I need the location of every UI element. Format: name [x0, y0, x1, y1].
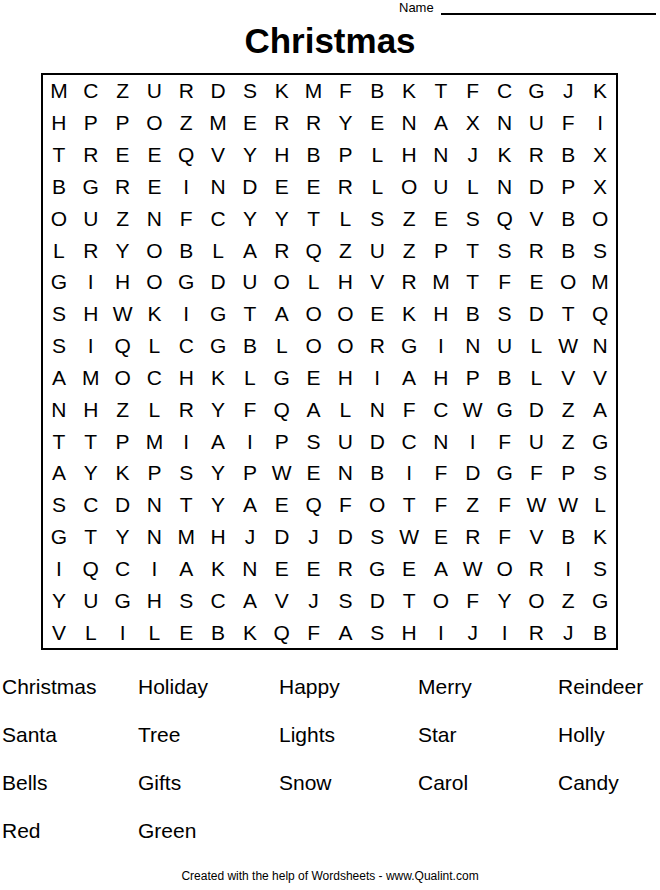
grid-cell-r2c14[interactable]: X	[457, 107, 489, 139]
grid-cell-r5c18[interactable]: O	[584, 202, 616, 234]
grid-cell-r15c4[interactable]: N	[139, 521, 171, 553]
grid-cell-r9c9[interactable]: O	[298, 330, 330, 362]
grid-cell-r17c18[interactable]: G	[584, 584, 616, 616]
grid-cell-r6c15[interactable]: S	[489, 234, 521, 266]
grid-cell-r10c6[interactable]: K	[202, 362, 234, 394]
grid-cell-r13c3[interactable]: K	[107, 457, 139, 489]
grid-cell-r16c2[interactable]: Q	[75, 553, 107, 585]
grid-cell-r2c1[interactable]: H	[43, 107, 75, 139]
grid-cell-r11c13[interactable]: C	[425, 393, 457, 425]
grid-cell-r6c10[interactable]: Z	[330, 234, 362, 266]
grid-cell-r7c12[interactable]: R	[393, 266, 425, 298]
grid-cell-r15c17[interactable]: B	[552, 521, 584, 553]
grid-cell-r2c18[interactable]: I	[584, 107, 616, 139]
grid-cell-r3c11[interactable]: L	[361, 139, 393, 171]
grid-cell-r3c12[interactable]: H	[393, 139, 425, 171]
grid-cell-r6c17[interactable]: B	[552, 234, 584, 266]
grid-cell-r6c1[interactable]: L	[43, 234, 75, 266]
grid-cell-r16c1[interactable]: I	[43, 553, 75, 585]
grid-cell-r12c9[interactable]: S	[298, 425, 330, 457]
grid-cell-r7c15[interactable]: F	[489, 266, 521, 298]
grid-cell-r13c6[interactable]: Y	[202, 457, 234, 489]
grid-cell-r14c11[interactable]: O	[361, 489, 393, 521]
grid-cell-r16c15[interactable]: O	[489, 553, 521, 585]
grid-cell-r12c4[interactable]: M	[139, 425, 171, 457]
grid-cell-r4c2[interactable]: G	[75, 171, 107, 203]
grid-cell-r10c13[interactable]: H	[425, 362, 457, 394]
grid-cell-r3c2[interactable]: R	[75, 139, 107, 171]
grid-cell-r17c17[interactable]: Z	[552, 584, 584, 616]
grid-cell-r4c14[interactable]: L	[457, 171, 489, 203]
grid-cell-r17c5[interactable]: S	[170, 584, 202, 616]
grid-cell-r7c5[interactable]: G	[170, 266, 202, 298]
grid-cell-r9c18[interactable]: N	[584, 330, 616, 362]
grid-cell-r17c2[interactable]: U	[75, 584, 107, 616]
grid-cell-r6c2[interactable]: R	[75, 234, 107, 266]
grid-cell-r15c7[interactable]: J	[234, 521, 266, 553]
grid-cell-r16c4[interactable]: I	[139, 553, 171, 585]
grid-cell-r4c18[interactable]: X	[584, 171, 616, 203]
grid-cell-r12c6[interactable]: A	[202, 425, 234, 457]
grid-cell-r2c11[interactable]: E	[361, 107, 393, 139]
grid-cell-r1c6[interactable]: D	[202, 75, 234, 107]
grid-cell-r12c2[interactable]: T	[75, 425, 107, 457]
name-fill-line[interactable]	[441, 1, 656, 15]
grid-cell-r14c18[interactable]: L	[584, 489, 616, 521]
grid-cell-r6c13[interactable]: P	[425, 234, 457, 266]
grid-cell-r12c1[interactable]: T	[43, 425, 75, 457]
grid-cell-r15c14[interactable]: R	[457, 521, 489, 553]
grid-cell-r10c18[interactable]: V	[584, 362, 616, 394]
grid-cell-r13c1[interactable]: A	[43, 457, 75, 489]
grid-cell-r18c5[interactable]: E	[170, 616, 202, 648]
grid-cell-r11c2[interactable]: H	[75, 393, 107, 425]
grid-cell-r12c3[interactable]: P	[107, 425, 139, 457]
grid-cell-r5c11[interactable]: S	[361, 202, 393, 234]
grid-cell-r7c11[interactable]: V	[361, 266, 393, 298]
grid-cell-r3c10[interactable]: P	[330, 139, 362, 171]
grid-cell-r13c12[interactable]: I	[393, 457, 425, 489]
grid-cell-r11c4[interactable]: L	[139, 393, 171, 425]
grid-cell-r1c2[interactable]: C	[75, 75, 107, 107]
grid-cell-r14c7[interactable]: A	[234, 489, 266, 521]
grid-cell-r5c10[interactable]: L	[330, 202, 362, 234]
grid-cell-r2c7[interactable]: E	[234, 107, 266, 139]
grid-cell-r13c7[interactable]: P	[234, 457, 266, 489]
grid-cell-r17c11[interactable]: D	[361, 584, 393, 616]
grid-cell-r4c7[interactable]: D	[234, 171, 266, 203]
grid-cell-r7c9[interactable]: L	[298, 266, 330, 298]
grid-cell-r2c17[interactable]: F	[552, 107, 584, 139]
grid-cell-r5c4[interactable]: N	[139, 202, 171, 234]
grid-cell-r8c4[interactable]: K	[139, 298, 171, 330]
grid-cell-r4c5[interactable]: I	[170, 171, 202, 203]
grid-cell-r10c9[interactable]: E	[298, 362, 330, 394]
grid-cell-r4c15[interactable]: N	[489, 171, 521, 203]
grid-cell-r18c11[interactable]: S	[361, 616, 393, 648]
grid-cell-r16c16[interactable]: R	[521, 553, 553, 585]
grid-cell-r17c12[interactable]: T	[393, 584, 425, 616]
grid-cell-r17c6[interactable]: C	[202, 584, 234, 616]
grid-cell-r4c17[interactable]: P	[552, 171, 584, 203]
grid-cell-r13c8[interactable]: W	[266, 457, 298, 489]
grid-cell-r15c6[interactable]: H	[202, 521, 234, 553]
grid-cell-r15c12[interactable]: W	[393, 521, 425, 553]
grid-cell-r11c10[interactable]: L	[330, 393, 362, 425]
grid-cell-r15c13[interactable]: E	[425, 521, 457, 553]
grid-cell-r6c3[interactable]: Y	[107, 234, 139, 266]
grid-cell-r9c4[interactable]: L	[139, 330, 171, 362]
grid-cell-r12c18[interactable]: G	[584, 425, 616, 457]
grid-cell-r15c9[interactable]: J	[298, 521, 330, 553]
grid-cell-r4c16[interactable]: D	[521, 171, 553, 203]
grid-cell-r9c14[interactable]: N	[457, 330, 489, 362]
grid-cell-r6c8[interactable]: R	[266, 234, 298, 266]
grid-cell-r2c12[interactable]: N	[393, 107, 425, 139]
grid-cell-r3c7[interactable]: Y	[234, 139, 266, 171]
grid-cell-r18c15[interactable]: I	[489, 616, 521, 648]
grid-cell-r12c12[interactable]: C	[393, 425, 425, 457]
grid-cell-r10c3[interactable]: O	[107, 362, 139, 394]
grid-cell-r18c6[interactable]: B	[202, 616, 234, 648]
grid-cell-r1c8[interactable]: K	[266, 75, 298, 107]
grid-cell-r11c17[interactable]: Z	[552, 393, 584, 425]
grid-cell-r7c2[interactable]: I	[75, 266, 107, 298]
grid-cell-r18c14[interactable]: J	[457, 616, 489, 648]
grid-cell-r2c13[interactable]: A	[425, 107, 457, 139]
grid-cell-r11c1[interactable]: N	[43, 393, 75, 425]
grid-cell-r3c1[interactable]: T	[43, 139, 75, 171]
grid-cell-r4c6[interactable]: N	[202, 171, 234, 203]
grid-cell-r12c7[interactable]: I	[234, 425, 266, 457]
grid-cell-r8c17[interactable]: T	[552, 298, 584, 330]
grid-cell-r14c2[interactable]: C	[75, 489, 107, 521]
grid-cell-r16c10[interactable]: R	[330, 553, 362, 585]
grid-cell-r12c5[interactable]: I	[170, 425, 202, 457]
grid-cell-r9c5[interactable]: C	[170, 330, 202, 362]
grid-cell-r2c8[interactable]: R	[266, 107, 298, 139]
grid-cell-r16c18[interactable]: S	[584, 553, 616, 585]
grid-cell-r13c4[interactable]: P	[139, 457, 171, 489]
grid-cell-r3c17[interactable]: B	[552, 139, 584, 171]
grid-cell-r4c8[interactable]: E	[266, 171, 298, 203]
grid-cell-r2c15[interactable]: N	[489, 107, 521, 139]
grid-cell-r11c8[interactable]: Q	[266, 393, 298, 425]
grid-cell-r5c12[interactable]: Z	[393, 202, 425, 234]
grid-cell-r17c13[interactable]: O	[425, 584, 457, 616]
grid-cell-r1c5[interactable]: R	[170, 75, 202, 107]
grid-cell-r15c1[interactable]: G	[43, 521, 75, 553]
grid-cell-r11c5[interactable]: R	[170, 393, 202, 425]
grid-cell-r5c15[interactable]: Q	[489, 202, 521, 234]
grid-cell-r14c12[interactable]: T	[393, 489, 425, 521]
grid-cell-r9c11[interactable]: R	[361, 330, 393, 362]
grid-cell-r13c2[interactable]: Y	[75, 457, 107, 489]
grid-cell-r5c13[interactable]: E	[425, 202, 457, 234]
grid-cell-r15c10[interactable]: D	[330, 521, 362, 553]
grid-cell-r18c17[interactable]: J	[552, 616, 584, 648]
grid-cell-r5c5[interactable]: F	[170, 202, 202, 234]
grid-cell-r17c7[interactable]: A	[234, 584, 266, 616]
grid-cell-r6c16[interactable]: R	[521, 234, 553, 266]
grid-cell-r11c12[interactable]: F	[393, 393, 425, 425]
grid-cell-r6c7[interactable]: A	[234, 234, 266, 266]
grid-cell-r4c9[interactable]: E	[298, 171, 330, 203]
grid-cell-r6c9[interactable]: Q	[298, 234, 330, 266]
grid-cell-r8c9[interactable]: O	[298, 298, 330, 330]
grid-cell-r11c14[interactable]: W	[457, 393, 489, 425]
grid-cell-r11c15[interactable]: G	[489, 393, 521, 425]
grid-cell-r16c5[interactable]: A	[170, 553, 202, 585]
grid-cell-r5c1[interactable]: O	[43, 202, 75, 234]
grid-cell-r17c3[interactable]: G	[107, 584, 139, 616]
grid-cell-r6c14[interactable]: T	[457, 234, 489, 266]
grid-cell-r7c10[interactable]: H	[330, 266, 362, 298]
grid-cell-r9c3[interactable]: Q	[107, 330, 139, 362]
grid-cell-r4c13[interactable]: U	[425, 171, 457, 203]
grid-cell-r14c14[interactable]: Z	[457, 489, 489, 521]
grid-cell-r2c10[interactable]: Y	[330, 107, 362, 139]
grid-cell-r1c4[interactable]: U	[139, 75, 171, 107]
grid-cell-r7c7[interactable]: U	[234, 266, 266, 298]
grid-cell-r6c11[interactable]: U	[361, 234, 393, 266]
grid-cell-r6c4[interactable]: O	[139, 234, 171, 266]
grid-cell-r6c6[interactable]: L	[202, 234, 234, 266]
grid-cell-r17c8[interactable]: V	[266, 584, 298, 616]
grid-cell-r3c6[interactable]: V	[202, 139, 234, 171]
grid-cell-r1c1[interactable]: M	[43, 75, 75, 107]
grid-cell-r18c2[interactable]: L	[75, 616, 107, 648]
grid-cell-r10c4[interactable]: C	[139, 362, 171, 394]
grid-cell-r5c2[interactable]: U	[75, 202, 107, 234]
grid-cell-r13c17[interactable]: P	[552, 457, 584, 489]
grid-cell-r8c6[interactable]: G	[202, 298, 234, 330]
grid-cell-r3c14[interactable]: J	[457, 139, 489, 171]
grid-cell-r13c9[interactable]: E	[298, 457, 330, 489]
grid-cell-r12c15[interactable]: F	[489, 425, 521, 457]
grid-cell-r16c13[interactable]: A	[425, 553, 457, 585]
grid-cell-r8c5[interactable]: I	[170, 298, 202, 330]
grid-cell-r12c16[interactable]: U	[521, 425, 553, 457]
grid-cell-r16c12[interactable]: E	[393, 553, 425, 585]
grid-cell-r11c7[interactable]: F	[234, 393, 266, 425]
grid-cell-r1c11[interactable]: B	[361, 75, 393, 107]
grid-cell-r5c9[interactable]: T	[298, 202, 330, 234]
grid-cell-r2c3[interactable]: P	[107, 107, 139, 139]
grid-cell-r18c18[interactable]: B	[584, 616, 616, 648]
grid-cell-r14c6[interactable]: Y	[202, 489, 234, 521]
grid-cell-r8c18[interactable]: Q	[584, 298, 616, 330]
grid-cell-r2c16[interactable]: U	[521, 107, 553, 139]
grid-cell-r3c8[interactable]: H	[266, 139, 298, 171]
grid-cell-r13c13[interactable]: F	[425, 457, 457, 489]
grid-cell-r16c8[interactable]: E	[266, 553, 298, 585]
grid-cell-r12c13[interactable]: N	[425, 425, 457, 457]
grid-cell-r1c16[interactable]: G	[521, 75, 553, 107]
grid-cell-r16c6[interactable]: K	[202, 553, 234, 585]
grid-cell-r15c2[interactable]: T	[75, 521, 107, 553]
grid-cell-r18c9[interactable]: F	[298, 616, 330, 648]
grid-cell-r8c14[interactable]: B	[457, 298, 489, 330]
grid-cell-r14c1[interactable]: S	[43, 489, 75, 521]
grid-cell-r18c1[interactable]: V	[43, 616, 75, 648]
grid-cell-r18c13[interactable]: I	[425, 616, 457, 648]
grid-cell-r7c13[interactable]: M	[425, 266, 457, 298]
grid-cell-r18c8[interactable]: Q	[266, 616, 298, 648]
grid-cell-r7c8[interactable]: O	[266, 266, 298, 298]
grid-cell-r3c16[interactable]: R	[521, 139, 553, 171]
grid-cell-r3c3[interactable]: E	[107, 139, 139, 171]
grid-cell-r16c14[interactable]: W	[457, 553, 489, 585]
grid-cell-r16c9[interactable]: E	[298, 553, 330, 585]
grid-cell-r18c16[interactable]: R	[521, 616, 553, 648]
grid-cell-r17c10[interactable]: S	[330, 584, 362, 616]
grid-cell-r10c11[interactable]: I	[361, 362, 393, 394]
grid-cell-r2c6[interactable]: M	[202, 107, 234, 139]
grid-cell-r15c5[interactable]: M	[170, 521, 202, 553]
grid-cell-r13c15[interactable]: G	[489, 457, 521, 489]
grid-cell-r13c11[interactable]: B	[361, 457, 393, 489]
grid-cell-r6c5[interactable]: B	[170, 234, 202, 266]
grid-cell-r8c3[interactable]: W	[107, 298, 139, 330]
grid-cell-r12c11[interactable]: D	[361, 425, 393, 457]
grid-cell-r14c8[interactable]: E	[266, 489, 298, 521]
grid-cell-r15c16[interactable]: V	[521, 521, 553, 553]
grid-cell-r17c14[interactable]: F	[457, 584, 489, 616]
grid-cell-r10c7[interactable]: L	[234, 362, 266, 394]
grid-cell-r2c9[interactable]: R	[298, 107, 330, 139]
grid-cell-r3c5[interactable]: Q	[170, 139, 202, 171]
grid-cell-r9c12[interactable]: G	[393, 330, 425, 362]
grid-cell-r3c18[interactable]: X	[584, 139, 616, 171]
grid-cell-r3c13[interactable]: N	[425, 139, 457, 171]
grid-cell-r7c6[interactable]: D	[202, 266, 234, 298]
grid-cell-r10c1[interactable]: A	[43, 362, 75, 394]
grid-cell-r5c3[interactable]: Z	[107, 202, 139, 234]
grid-cell-r1c15[interactable]: C	[489, 75, 521, 107]
grid-cell-r16c17[interactable]: I	[552, 553, 584, 585]
grid-cell-r5c6[interactable]: C	[202, 202, 234, 234]
grid-cell-r7c17[interactable]: O	[552, 266, 584, 298]
grid-cell-r15c18[interactable]: K	[584, 521, 616, 553]
grid-cell-r9c1[interactable]: S	[43, 330, 75, 362]
grid-cell-r3c4[interactable]: E	[139, 139, 171, 171]
grid-cell-r17c15[interactable]: Y	[489, 584, 521, 616]
grid-cell-r9c2[interactable]: I	[75, 330, 107, 362]
grid-cell-r14c5[interactable]: T	[170, 489, 202, 521]
grid-cell-r13c16[interactable]: F	[521, 457, 553, 489]
grid-cell-r11c11[interactable]: N	[361, 393, 393, 425]
grid-cell-r7c18[interactable]: M	[584, 266, 616, 298]
grid-cell-r8c15[interactable]: S	[489, 298, 521, 330]
grid-cell-r4c4[interactable]: E	[139, 171, 171, 203]
grid-cell-r12c14[interactable]: I	[457, 425, 489, 457]
grid-cell-r5c16[interactable]: V	[521, 202, 553, 234]
grid-cell-r1c10[interactable]: F	[330, 75, 362, 107]
grid-cell-r8c10[interactable]: O	[330, 298, 362, 330]
grid-cell-r5c7[interactable]: Y	[234, 202, 266, 234]
grid-cell-r7c14[interactable]: T	[457, 266, 489, 298]
grid-cell-r8c2[interactable]: H	[75, 298, 107, 330]
grid-cell-r10c8[interactable]: G	[266, 362, 298, 394]
grid-cell-r9c17[interactable]: W	[552, 330, 584, 362]
grid-cell-r18c12[interactable]: H	[393, 616, 425, 648]
grid-cell-r8c12[interactable]: K	[393, 298, 425, 330]
grid-cell-r18c10[interactable]: A	[330, 616, 362, 648]
grid-cell-r14c13[interactable]: F	[425, 489, 457, 521]
grid-cell-r12c10[interactable]: U	[330, 425, 362, 457]
grid-cell-r14c17[interactable]: W	[552, 489, 584, 521]
grid-cell-r3c9[interactable]: B	[298, 139, 330, 171]
grid-cell-r7c4[interactable]: O	[139, 266, 171, 298]
grid-cell-r16c3[interactable]: C	[107, 553, 139, 585]
grid-cell-r11c3[interactable]: Z	[107, 393, 139, 425]
grid-cell-r15c3[interactable]: Y	[107, 521, 139, 553]
grid-cell-r13c5[interactable]: S	[170, 457, 202, 489]
grid-cell-r10c12[interactable]: A	[393, 362, 425, 394]
grid-cell-r15c8[interactable]: D	[266, 521, 298, 553]
grid-cell-r2c5[interactable]: Z	[170, 107, 202, 139]
grid-cell-r4c11[interactable]: L	[361, 171, 393, 203]
grid-cell-r5c17[interactable]: B	[552, 202, 584, 234]
grid-cell-r9c13[interactable]: I	[425, 330, 457, 362]
grid-cell-r2c4[interactable]: O	[139, 107, 171, 139]
grid-cell-r10c17[interactable]: V	[552, 362, 584, 394]
grid-cell-r8c7[interactable]: T	[234, 298, 266, 330]
grid-cell-r8c16[interactable]: D	[521, 298, 553, 330]
grid-cell-r9c15[interactable]: U	[489, 330, 521, 362]
grid-cell-r7c16[interactable]: E	[521, 266, 553, 298]
grid-cell-r15c15[interactable]: F	[489, 521, 521, 553]
grid-cell-r7c3[interactable]: H	[107, 266, 139, 298]
grid-cell-r7c1[interactable]: G	[43, 266, 75, 298]
grid-cell-r9c7[interactable]: B	[234, 330, 266, 362]
grid-cell-r17c9[interactable]: J	[298, 584, 330, 616]
grid-cell-r10c14[interactable]: P	[457, 362, 489, 394]
grid-cell-r14c9[interactable]: Q	[298, 489, 330, 521]
grid-cell-r6c12[interactable]: Z	[393, 234, 425, 266]
grid-cell-r18c4[interactable]: L	[139, 616, 171, 648]
grid-cell-r8c11[interactable]: E	[361, 298, 393, 330]
grid-cell-r9c6[interactable]: G	[202, 330, 234, 362]
grid-cell-r15c11[interactable]: S	[361, 521, 393, 553]
grid-cell-r8c13[interactable]: H	[425, 298, 457, 330]
grid-cell-r3c15[interactable]: K	[489, 139, 521, 171]
grid-cell-r17c1[interactable]: Y	[43, 584, 75, 616]
grid-cell-r14c10[interactable]: F	[330, 489, 362, 521]
grid-cell-r9c10[interactable]: O	[330, 330, 362, 362]
grid-cell-r13c14[interactable]: D	[457, 457, 489, 489]
grid-cell-r5c8[interactable]: Y	[266, 202, 298, 234]
grid-cell-r6c18[interactable]: S	[584, 234, 616, 266]
grid-cell-r12c8[interactable]: P	[266, 425, 298, 457]
grid-cell-r10c10[interactable]: H	[330, 362, 362, 394]
grid-cell-r9c8[interactable]: L	[266, 330, 298, 362]
grid-cell-r16c7[interactable]: N	[234, 553, 266, 585]
grid-cell-r5c14[interactable]: S	[457, 202, 489, 234]
grid-cell-r10c2[interactable]: M	[75, 362, 107, 394]
grid-cell-r1c3[interactable]: Z	[107, 75, 139, 107]
grid-cell-r14c3[interactable]: D	[107, 489, 139, 521]
grid-cell-r1c17[interactable]: J	[552, 75, 584, 107]
grid-cell-r1c13[interactable]: T	[425, 75, 457, 107]
grid-cell-r17c16[interactable]: O	[521, 584, 553, 616]
grid-cell-r1c14[interactable]: F	[457, 75, 489, 107]
grid-cell-r17c4[interactable]: H	[139, 584, 171, 616]
grid-cell-r11c9[interactable]: A	[298, 393, 330, 425]
grid-cell-r1c12[interactable]: K	[393, 75, 425, 107]
grid-cell-r14c16[interactable]: W	[521, 489, 553, 521]
